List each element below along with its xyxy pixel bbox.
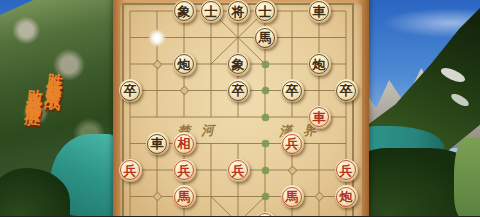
- piece-glyph: 士: [259, 5, 272, 18]
- piece-red-horse[interactable]: 馬: [281, 185, 304, 208]
- piece-glyph: 将: [232, 5, 245, 18]
- piece-glyph: 兵: [286, 137, 299, 150]
- piece-black-chariot[interactable]: 車: [308, 0, 331, 23]
- star-point-marker: [152, 192, 162, 202]
- piece-black-advisor[interactable]: 士: [200, 0, 223, 23]
- piece-glyph: 卒: [124, 84, 137, 97]
- move-hint-dot[interactable]: [262, 167, 269, 174]
- piece-red-soldier[interactable]: 兵: [173, 159, 196, 182]
- piece-red-soldier[interactable]: 兵: [119, 159, 142, 182]
- piece-glyph: 馬: [259, 31, 272, 44]
- piece-black-elephant[interactable]: 象: [227, 53, 250, 76]
- piece-glyph: 車: [151, 137, 164, 150]
- piece-black-elephant[interactable]: 象: [173, 0, 196, 23]
- piece-red-cannon[interactable]: 炮: [335, 185, 358, 208]
- piece-red-cannon[interactable]: 炮: [254, 212, 277, 217]
- star-point-marker: [287, 165, 297, 175]
- piece-red-soldier[interactable]: 兵: [227, 159, 250, 182]
- piece-black-cannon[interactable]: 炮: [308, 53, 331, 76]
- piece-glyph: 士: [205, 5, 218, 18]
- piece-glyph: 兵: [340, 164, 353, 177]
- move-hint-dot[interactable]: [262, 61, 269, 68]
- piece-glyph: 兵: [232, 164, 245, 177]
- piece-glyph: 兵: [178, 164, 191, 177]
- piece-red-chariot[interactable]: 車: [308, 106, 331, 129]
- move-hint-dot[interactable]: [262, 140, 269, 147]
- piece-black-cannon[interactable]: 炮: [173, 53, 196, 76]
- piece-black-horse[interactable]: 馬: [254, 26, 277, 49]
- piece-glyph: 相: [178, 137, 191, 150]
- piece-glyph: 馬: [178, 190, 191, 203]
- piece-black-soldier[interactable]: 卒: [335, 79, 358, 102]
- move-hint-dot[interactable]: [262, 87, 269, 94]
- quote-column-right: 胜兵先胜而后求战: [44, 59, 67, 85]
- xiangqi-game-screen: 楚河 漢界 象士将士車馬炮象炮卒卒卒卒車車相兵兵兵兵兵馬馬炮炮 胜兵先胜而后求战…: [0, 0, 480, 216]
- pieces-layer: 象士将士車馬炮象炮卒卒卒卒車車相兵兵兵兵兵馬馬炮炮: [0, 0, 480, 216]
- piece-black-soldier[interactable]: 卒: [281, 79, 304, 102]
- piece-glyph: 卒: [232, 84, 245, 97]
- piece-red-elephant[interactable]: 相: [173, 132, 196, 155]
- piece-black-general[interactable]: 将: [227, 0, 250, 23]
- last-move-sparkle-marker: [147, 28, 167, 48]
- piece-glyph: 炮: [340, 190, 353, 203]
- piece-glyph: 象: [178, 5, 191, 18]
- star-point-marker: [314, 192, 324, 202]
- piece-red-soldier[interactable]: 兵: [281, 132, 304, 155]
- piece-glyph: 車: [313, 5, 326, 18]
- quote-column-left: 败兵先战而后求胜: [24, 75, 47, 101]
- piece-glyph: 炮: [178, 58, 191, 71]
- piece-black-chariot[interactable]: 車: [146, 132, 169, 155]
- star-point-marker: [152, 59, 162, 69]
- piece-black-soldier[interactable]: 卒: [227, 79, 250, 102]
- piece-glyph: 炮: [313, 58, 326, 71]
- piece-glyph: 兵: [124, 164, 137, 177]
- piece-red-soldier[interactable]: 兵: [335, 159, 358, 182]
- star-point-marker: [179, 86, 189, 96]
- piece-black-soldier[interactable]: 卒: [119, 79, 142, 102]
- move-hint-dot[interactable]: [262, 114, 269, 121]
- piece-glyph: 象: [232, 58, 245, 71]
- piece-glyph: 卒: [286, 84, 299, 97]
- piece-glyph: 車: [313, 111, 326, 124]
- piece-red-horse[interactable]: 馬: [173, 185, 196, 208]
- piece-black-advisor[interactable]: 士: [254, 0, 277, 23]
- move-hint-dot[interactable]: [262, 193, 269, 200]
- piece-glyph: 馬: [286, 190, 299, 203]
- piece-glyph: 卒: [340, 84, 353, 97]
